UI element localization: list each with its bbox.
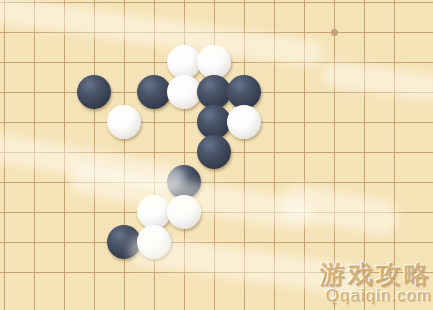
gomoku-board[interactable]: 游戏攻略 Qqaiqin.com xyxy=(0,0,433,310)
stone-black xyxy=(197,135,231,169)
watermark: 游戏攻略 Qqaiqin.com xyxy=(320,261,432,305)
watermark-site: Qqaiqin.com xyxy=(320,287,432,305)
stone-black xyxy=(197,75,231,109)
stone-black xyxy=(197,105,231,139)
stone-white xyxy=(197,45,231,79)
stone-white xyxy=(137,195,171,229)
stone-black xyxy=(77,75,111,109)
stone-white xyxy=(227,105,261,139)
stone-black xyxy=(227,75,261,109)
watermark-title: 游戏攻略 xyxy=(320,261,432,287)
stone-white xyxy=(107,105,141,139)
stone-white xyxy=(137,225,171,259)
stone-black xyxy=(167,165,201,199)
stone-white xyxy=(167,195,201,229)
stone-white xyxy=(167,75,201,109)
stone-black xyxy=(107,225,141,259)
stone-white xyxy=(167,45,201,79)
stone-black xyxy=(137,75,171,109)
star-point xyxy=(331,29,338,36)
